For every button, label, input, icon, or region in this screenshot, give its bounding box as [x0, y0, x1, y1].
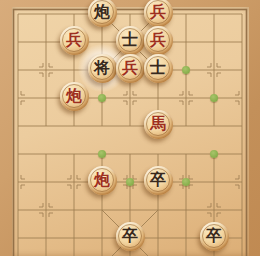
move-hint-dot-h6[interactable] [210, 150, 218, 158]
red-soldier-c2[interactable]: 兵 [60, 26, 89, 55]
piece-character: 士 [122, 32, 138, 48]
piece-character: 卒 [122, 228, 138, 244]
xiangqi-board[interactable]: 炮兵兵士兵将兵士炮馬炮卒卒卒 [0, 0, 260, 256]
piece-character: 炮 [66, 88, 82, 104]
piece-character: 兵 [122, 60, 138, 76]
move-hint-dot-d4[interactable] [98, 94, 106, 102]
piece-character: 馬 [150, 116, 166, 132]
black-advisor-e2[interactable]: 士 [116, 26, 145, 55]
black-cannon-d1[interactable]: 炮 [88, 0, 117, 27]
move-hint-dot-g3[interactable] [182, 66, 190, 74]
black-general-d3[interactable]: 将 [88, 54, 117, 83]
move-hint-dot-h4[interactable] [210, 94, 218, 102]
black-advisor-f3[interactable]: 士 [144, 54, 173, 83]
piece-character: 炮 [94, 4, 110, 20]
piece-character: 卒 [150, 172, 166, 188]
piece-character: 兵 [66, 32, 82, 48]
piece-character: 炮 [94, 172, 110, 188]
piece-character: 兵 [150, 32, 166, 48]
piece-character: 士 [150, 60, 166, 76]
black-soldier-f7[interactable]: 卒 [144, 166, 173, 195]
red-cannon-d7[interactable]: 炮 [88, 166, 117, 195]
piece-character: 将 [94, 60, 110, 76]
move-hint-dot-g7[interactable] [182, 178, 190, 186]
piece-character: 兵 [150, 4, 166, 20]
black-soldier-h9[interactable]: 卒 [200, 222, 229, 251]
red-soldier-f2[interactable]: 兵 [144, 26, 173, 55]
move-hint-dot-e7[interactable] [126, 178, 134, 186]
move-hint-dot-d6[interactable] [98, 150, 106, 158]
red-soldier-f1[interactable]: 兵 [144, 0, 173, 27]
red-cannon-c4[interactable]: 炮 [60, 82, 89, 111]
red-horse-f5[interactable]: 馬 [144, 110, 173, 139]
black-soldier-e9[interactable]: 卒 [116, 222, 145, 251]
red-soldier-e3[interactable]: 兵 [116, 54, 145, 83]
piece-character: 卒 [206, 228, 222, 244]
